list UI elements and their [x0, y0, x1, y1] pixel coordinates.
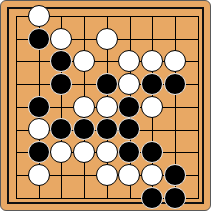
board-intersection[interactable]: [164, 73, 187, 96]
board-intersection[interactable]: [95, 5, 118, 28]
board-intersection[interactable]: [5, 186, 28, 209]
white-stone: [141, 164, 163, 186]
board-intersection[interactable]: [164, 27, 187, 50]
white-stone: [28, 164, 50, 186]
board-intersection[interactable]: [118, 186, 141, 209]
board-intersection[interactable]: [95, 73, 118, 96]
white-stone: [73, 96, 95, 118]
board-intersection[interactable]: [164, 95, 187, 118]
board-intersection[interactable]: [95, 186, 118, 209]
board-intersection[interactable]: [27, 27, 50, 50]
black-stone: [28, 28, 50, 50]
board-intersection[interactable]: [186, 95, 209, 118]
board-intersection[interactable]: [27, 186, 50, 209]
board-intersection[interactable]: [5, 5, 28, 28]
go-board: [0, 0, 211, 211]
board-intersection[interactable]: [164, 186, 187, 209]
board-intersection[interactable]: [118, 27, 141, 50]
board-intersection[interactable]: [73, 50, 96, 73]
white-stone: [118, 73, 140, 95]
board-intersection[interactable]: [50, 95, 73, 118]
board-intersection[interactable]: [141, 73, 164, 96]
board-intersection[interactable]: [50, 186, 73, 209]
board-intersection[interactable]: [5, 118, 28, 141]
board-intersection[interactable]: [118, 118, 141, 141]
board-intersection[interactable]: [73, 5, 96, 28]
board-intersection[interactable]: [186, 118, 209, 141]
black-stone: [118, 141, 140, 163]
white-stone: [96, 164, 118, 186]
board-intersection[interactable]: [27, 50, 50, 73]
white-stone: [50, 28, 72, 50]
board-intersection[interactable]: [141, 5, 164, 28]
board-intersection[interactable]: [186, 164, 209, 187]
white-stone: [96, 96, 118, 118]
board-intersection[interactable]: [5, 27, 28, 50]
white-stone: [164, 50, 186, 72]
black-stone: [28, 141, 50, 163]
board-intersection[interactable]: [141, 95, 164, 118]
board-intersection[interactable]: [27, 5, 50, 28]
board-intersection[interactable]: [118, 164, 141, 187]
board-intersection[interactable]: [186, 50, 209, 73]
board-intersection[interactable]: [5, 95, 28, 118]
board-intersection[interactable]: [141, 118, 164, 141]
board-intersection[interactable]: [50, 73, 73, 96]
board-intersection[interactable]: [164, 5, 187, 28]
board-intersection[interactable]: [73, 164, 96, 187]
board-intersection[interactable]: [27, 73, 50, 96]
white-stone: [141, 96, 163, 118]
white-stone: [50, 141, 72, 163]
board-intersection[interactable]: [95, 50, 118, 73]
board-intersection[interactable]: [5, 73, 28, 96]
board-intersection[interactable]: [164, 50, 187, 73]
board-intersection[interactable]: [141, 27, 164, 50]
black-stone: [164, 164, 186, 186]
black-stone: [96, 118, 118, 140]
black-stone: [28, 96, 50, 118]
board-intersection[interactable]: [73, 73, 96, 96]
black-stone: [118, 96, 140, 118]
board-intersection[interactable]: [27, 164, 50, 187]
white-stone: [118, 50, 140, 72]
black-stone: [50, 118, 72, 140]
board-intersection[interactable]: [73, 118, 96, 141]
board-intersection[interactable]: [73, 95, 96, 118]
board-intersection[interactable]: [50, 27, 73, 50]
board-intersection[interactable]: [5, 141, 28, 164]
black-stone: [96, 73, 118, 95]
white-stone: [73, 141, 95, 163]
board-intersection[interactable]: [95, 27, 118, 50]
board-intersection[interactable]: [118, 141, 141, 164]
white-stone: [28, 5, 50, 27]
board-intersection[interactable]: [141, 50, 164, 73]
board-intersection[interactable]: [186, 27, 209, 50]
board-intersection[interactable]: [50, 164, 73, 187]
board-intersection[interactable]: [73, 141, 96, 164]
black-stone: [141, 141, 163, 163]
board-intersection[interactable]: [164, 118, 187, 141]
board-intersection[interactable]: [141, 186, 164, 209]
white-stone: [73, 50, 95, 72]
black-stone: [141, 187, 163, 209]
board-intersection[interactable]: [118, 73, 141, 96]
board-intersection[interactable]: [118, 50, 141, 73]
black-stone: [118, 118, 140, 140]
board-intersection[interactable]: [186, 73, 209, 96]
board-intersection[interactable]: [141, 164, 164, 187]
white-stone: [118, 164, 140, 186]
board-intersection[interactable]: [50, 50, 73, 73]
board-intersection[interactable]: [164, 141, 187, 164]
board-intersection[interactable]: [186, 141, 209, 164]
white-stone: [96, 141, 118, 163]
board-intersection[interactable]: [95, 141, 118, 164]
go-board-grid: [5, 5, 209, 209]
board-intersection[interactable]: [50, 5, 73, 28]
board-intersection[interactable]: [118, 95, 141, 118]
board-intersection[interactable]: [186, 5, 209, 28]
black-stone: [50, 50, 72, 72]
board-intersection[interactable]: [95, 118, 118, 141]
black-stone: [164, 187, 186, 209]
board-intersection[interactable]: [27, 95, 50, 118]
board-intersection[interactable]: [164, 164, 187, 187]
board-intersection[interactable]: [73, 186, 96, 209]
white-stone: [96, 28, 118, 50]
board-intersection[interactable]: [95, 164, 118, 187]
board-intersection[interactable]: [5, 164, 28, 187]
black-stone: [141, 73, 163, 95]
black-stone: [50, 73, 72, 95]
board-intersection[interactable]: [5, 50, 28, 73]
board-intersection[interactable]: [27, 118, 50, 141]
board-intersection[interactable]: [50, 141, 73, 164]
board-intersection[interactable]: [73, 27, 96, 50]
black-stone: [73, 118, 95, 140]
white-stone: [141, 50, 163, 72]
board-intersection[interactable]: [186, 186, 209, 209]
board-intersection[interactable]: [50, 118, 73, 141]
board-intersection[interactable]: [118, 5, 141, 28]
board-intersection[interactable]: [27, 141, 50, 164]
board-intersection[interactable]: [141, 141, 164, 164]
white-stone: [28, 118, 50, 140]
board-intersection[interactable]: [95, 95, 118, 118]
black-stone: [164, 73, 186, 95]
